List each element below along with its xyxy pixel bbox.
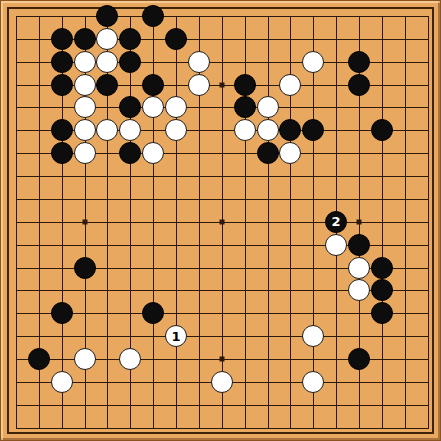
stone-white[interactable] <box>257 119 279 141</box>
stone-white[interactable] <box>74 51 96 73</box>
stone-white[interactable] <box>96 51 118 73</box>
stone-black[interactable] <box>234 96 256 118</box>
stone-white[interactable] <box>302 51 324 73</box>
stone-black[interactable] <box>348 348 370 370</box>
star-point <box>356 219 361 224</box>
stone-white[interactable] <box>96 119 118 141</box>
stone-black[interactable] <box>371 302 393 324</box>
stone-white[interactable] <box>51 371 73 393</box>
grid-line-horizontal <box>16 405 429 406</box>
stone-black[interactable] <box>279 119 301 141</box>
stone-white[interactable] <box>96 28 118 50</box>
stone-black[interactable] <box>96 74 118 96</box>
stone-white[interactable] <box>257 96 279 118</box>
grid-line-vertical <box>405 16 406 429</box>
stone-white[interactable] <box>74 142 96 164</box>
grid-line-vertical <box>268 16 269 429</box>
go-board-frame: 21 <box>0 0 441 441</box>
stone-white[interactable] <box>119 119 141 141</box>
stone-white[interactable] <box>74 74 96 96</box>
stone-white[interactable] <box>188 51 210 73</box>
stone-black[interactable] <box>51 119 73 141</box>
stone-white[interactable] <box>302 371 324 393</box>
stone-white[interactable] <box>302 325 324 347</box>
stone-black[interactable] <box>119 28 141 50</box>
stone-black[interactable] <box>142 302 164 324</box>
stone-white[interactable] <box>142 142 164 164</box>
grid-line-vertical <box>382 16 383 429</box>
stone-black[interactable] <box>348 51 370 73</box>
stone-white-move-1[interactable]: 1 <box>165 325 187 347</box>
stone-black[interactable] <box>96 5 118 27</box>
move-number-label: 1 <box>172 330 181 343</box>
stone-white[interactable] <box>348 279 370 301</box>
grid-line-horizontal <box>16 336 429 337</box>
stone-white[interactable] <box>279 74 301 96</box>
stone-black[interactable] <box>119 96 141 118</box>
stone-black[interactable] <box>119 51 141 73</box>
stone-white[interactable] <box>348 257 370 279</box>
stone-black[interactable] <box>142 5 164 27</box>
stone-white[interactable] <box>279 142 301 164</box>
stone-white[interactable] <box>165 119 187 141</box>
stone-black[interactable] <box>51 28 73 50</box>
stone-black[interactable] <box>51 74 73 96</box>
stone-black[interactable] <box>234 74 256 96</box>
stone-black-move-2[interactable]: 2 <box>325 211 347 233</box>
stone-white[interactable] <box>325 234 347 256</box>
stone-white[interactable] <box>74 119 96 141</box>
stone-white[interactable] <box>188 74 210 96</box>
star-point <box>82 219 87 224</box>
star-point <box>219 82 224 87</box>
stone-black[interactable] <box>371 257 393 279</box>
stone-black[interactable] <box>348 234 370 256</box>
star-point <box>219 356 224 361</box>
grid-line-horizontal <box>16 313 429 314</box>
grid-line-vertical <box>313 16 314 429</box>
stone-black[interactable] <box>371 279 393 301</box>
stone-black[interactable] <box>119 142 141 164</box>
stone-white[interactable] <box>142 96 164 118</box>
stone-black[interactable] <box>302 119 324 141</box>
stone-black[interactable] <box>142 74 164 96</box>
stone-white[interactable] <box>234 119 256 141</box>
stone-white[interactable] <box>74 96 96 118</box>
star-point <box>219 219 224 224</box>
stone-black[interactable] <box>74 257 96 279</box>
move-number-label: 2 <box>332 215 341 228</box>
stone-black[interactable] <box>51 302 73 324</box>
stone-white[interactable] <box>119 348 141 370</box>
stone-white[interactable] <box>165 96 187 118</box>
stone-black[interactable] <box>257 142 279 164</box>
stone-black[interactable] <box>371 119 393 141</box>
go-board-screenshot: 21 <box>0 0 441 441</box>
stone-black[interactable] <box>28 348 50 370</box>
stone-black[interactable] <box>348 74 370 96</box>
stone-black[interactable] <box>51 51 73 73</box>
stone-black[interactable] <box>51 142 73 164</box>
stone-black[interactable] <box>165 28 187 50</box>
stone-white[interactable] <box>211 371 233 393</box>
stone-black[interactable] <box>74 28 96 50</box>
grid-line-vertical <box>428 16 429 429</box>
stone-white[interactable] <box>74 348 96 370</box>
grid-line-horizontal <box>16 428 429 429</box>
